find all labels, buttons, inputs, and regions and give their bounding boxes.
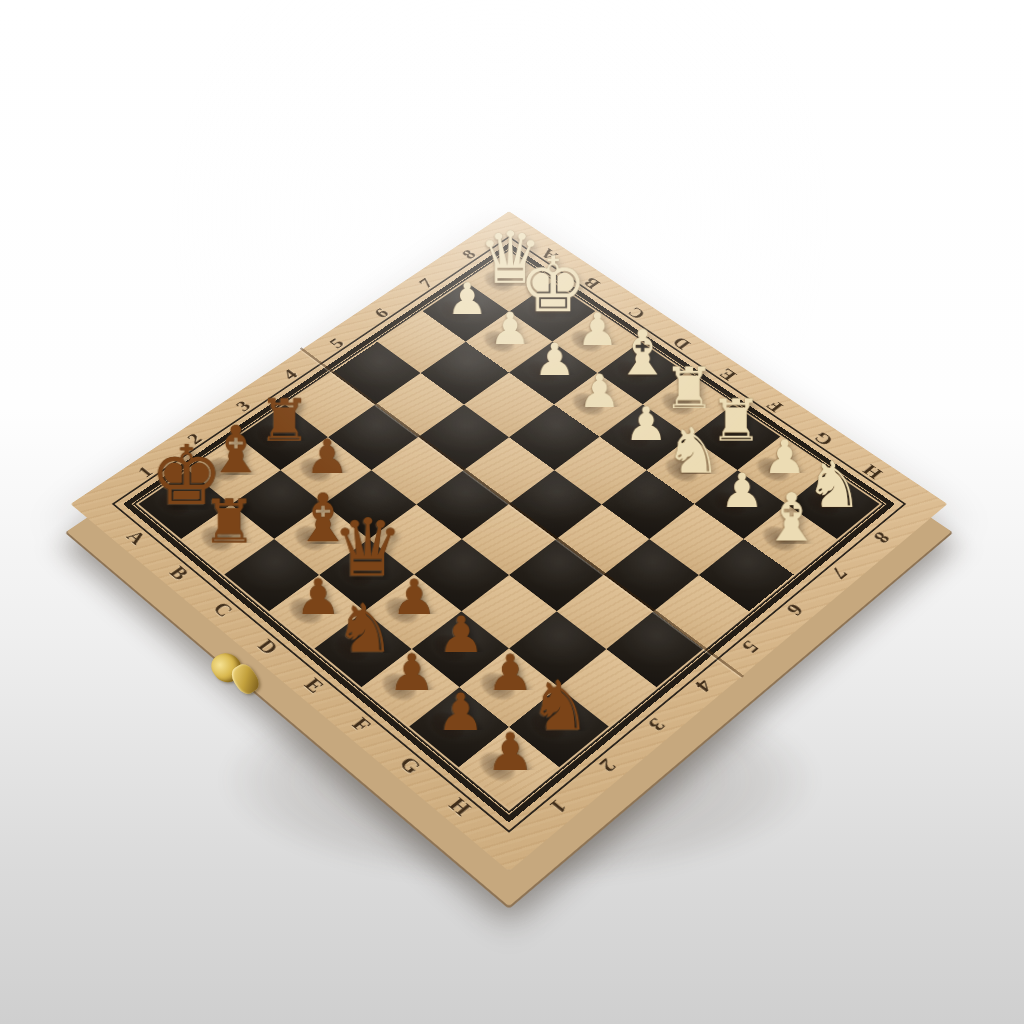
product-photo-stage: ♛♚♟♝♜♜♟♞♟♟♟♟♟♞♟♝♜♟♝♝♛♟♟♟♞♚♜♟♞♟♟♟ AA11BB2… (0, 0, 1024, 1024)
file-label-near-A: A (115, 521, 158, 553)
square-h1[interactable]: ♟ (458, 726, 559, 808)
